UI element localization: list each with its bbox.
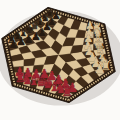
three-player-chess-board: ♜♟♞♟♝♟♛♟♜♚♟♟♝♞♞♟♝♟♟♜♟♚♟♟♛♟♝♟♞♟♜♟♟♟♟♟♟♜♞♟… (0, 0, 120, 120)
black-pawn[interactable]: ♟ (8, 38, 18, 51)
red-rook[interactable]: ♜ (61, 84, 73, 99)
white-pawn[interactable]: ♟ (94, 62, 105, 76)
photo-canvas: ♜♟♞♟♝♟♛♟♜♚♟♟♝♞♞♟♝♟♟♜♟♚♟♟♛♟♝♟♞♟♜♟♟♟♟♟♟♜♞♟… (0, 0, 120, 120)
